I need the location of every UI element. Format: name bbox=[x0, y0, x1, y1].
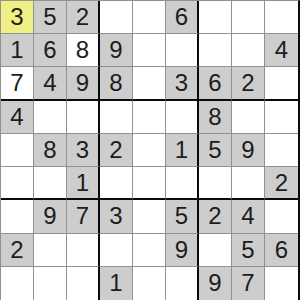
cell-r7c4[interactable]: 3 bbox=[100, 200, 133, 233]
cell-r4c3[interactable] bbox=[67, 101, 100, 134]
cell-r5c7[interactable]: 5 bbox=[199, 134, 232, 167]
cell-r6c7[interactable] bbox=[199, 167, 232, 200]
cell-r7c1[interactable] bbox=[1, 200, 34, 233]
cell-r2c6[interactable] bbox=[166, 34, 199, 67]
cell-r8c7[interactable] bbox=[199, 234, 232, 267]
cell-r6c4[interactable] bbox=[100, 167, 133, 200]
cell-r6c2[interactable] bbox=[34, 167, 67, 200]
cell-r7c3[interactable]: 7 bbox=[67, 200, 100, 233]
cell-r9c9[interactable] bbox=[265, 267, 298, 300]
cell-r4c2[interactable] bbox=[34, 101, 67, 134]
cell-r3c4[interactable]: 8 bbox=[100, 67, 133, 100]
cell-r1c2[interactable]: 5 bbox=[34, 1, 67, 34]
cell-r4c6[interactable] bbox=[166, 101, 199, 134]
cell-r7c2[interactable]: 9 bbox=[34, 200, 67, 233]
cell-r4c9[interactable] bbox=[265, 101, 298, 134]
cell-r2c1[interactable]: 1 bbox=[1, 34, 34, 67]
cell-r8c2[interactable] bbox=[34, 234, 67, 267]
cell-r9c8[interactable]: 7 bbox=[232, 267, 265, 300]
cell-r9c4[interactable]: 1 bbox=[100, 267, 133, 300]
cell-r9c1[interactable] bbox=[1, 267, 34, 300]
cell-r1c4[interactable] bbox=[100, 1, 133, 34]
cell-r3c9[interactable] bbox=[265, 67, 298, 100]
cell-r7c8[interactable]: 4 bbox=[232, 200, 265, 233]
cell-r5c8[interactable]: 9 bbox=[232, 134, 265, 167]
cell-r5c1[interactable] bbox=[1, 134, 34, 167]
cell-r7c9[interactable] bbox=[265, 200, 298, 233]
cell-r7c6[interactable]: 5 bbox=[166, 200, 199, 233]
cell-r4c7[interactable]: 8 bbox=[199, 101, 232, 134]
cell-r2c5[interactable] bbox=[133, 34, 166, 67]
cell-r8c9[interactable]: 6 bbox=[265, 234, 298, 267]
cell-r3c3[interactable]: 9 bbox=[67, 67, 100, 100]
cell-r2c3[interactable]: 8 bbox=[67, 34, 100, 67]
cell-r6c9[interactable]: 2 bbox=[265, 167, 298, 200]
cell-r5c9[interactable] bbox=[265, 134, 298, 167]
cell-r6c3[interactable]: 1 bbox=[67, 167, 100, 200]
cell-r8c5[interactable] bbox=[133, 234, 166, 267]
cell-r3c6[interactable]: 3 bbox=[166, 67, 199, 100]
cell-r9c2[interactable] bbox=[34, 267, 67, 300]
cell-r4c8[interactable] bbox=[232, 101, 265, 134]
cell-r1c5[interactable] bbox=[133, 1, 166, 34]
cell-r8c4[interactable] bbox=[100, 234, 133, 267]
cell-r5c3[interactable]: 3 bbox=[67, 134, 100, 167]
cell-r4c5[interactable] bbox=[133, 101, 166, 134]
cell-r8c1[interactable]: 2 bbox=[1, 234, 34, 267]
cell-r6c1[interactable] bbox=[1, 167, 34, 200]
cell-r4c4[interactable] bbox=[100, 101, 133, 134]
cell-r2c8[interactable] bbox=[232, 34, 265, 67]
cell-r7c5[interactable] bbox=[133, 200, 166, 233]
cell-r1c1[interactable]: 3 bbox=[1, 1, 34, 34]
cell-r6c8[interactable] bbox=[232, 167, 265, 200]
cell-r7c7[interactable]: 2 bbox=[199, 200, 232, 233]
cell-r1c7[interactable] bbox=[199, 1, 232, 34]
cell-r3c5[interactable] bbox=[133, 67, 166, 100]
cell-r5c5[interactable] bbox=[133, 134, 166, 167]
cell-r5c4[interactable]: 2 bbox=[100, 134, 133, 167]
cell-r9c5[interactable] bbox=[133, 267, 166, 300]
cell-r2c2[interactable]: 6 bbox=[34, 34, 67, 67]
cell-r8c6[interactable]: 9 bbox=[166, 234, 199, 267]
cell-r5c6[interactable]: 1 bbox=[166, 134, 199, 167]
cell-r1c8[interactable] bbox=[232, 1, 265, 34]
cell-r2c4[interactable]: 9 bbox=[100, 34, 133, 67]
cell-r2c9[interactable]: 4 bbox=[265, 34, 298, 67]
cell-r8c8[interactable]: 5 bbox=[232, 234, 265, 267]
cell-r8c3[interactable] bbox=[67, 234, 100, 267]
cell-r9c6[interactable] bbox=[166, 267, 199, 300]
sudoku-board: 352616894749836248832159129735242956197 bbox=[0, 0, 300, 300]
cell-r9c3[interactable] bbox=[67, 267, 100, 300]
cell-r2c7[interactable] bbox=[199, 34, 232, 67]
cell-r3c8[interactable]: 2 bbox=[232, 67, 265, 100]
cell-r1c9[interactable] bbox=[265, 1, 298, 34]
cell-r1c3[interactable]: 2 bbox=[67, 1, 100, 34]
cell-r6c5[interactable] bbox=[133, 167, 166, 200]
cell-r9c7[interactable]: 9 bbox=[199, 267, 232, 300]
cell-r3c1[interactable]: 7 bbox=[1, 67, 34, 100]
cell-r6c6[interactable] bbox=[166, 167, 199, 200]
cell-r4c1[interactable]: 4 bbox=[1, 101, 34, 134]
cell-r3c7[interactable]: 6 bbox=[199, 67, 232, 100]
cell-r5c2[interactable]: 8 bbox=[34, 134, 67, 167]
cell-r1c6[interactable]: 6 bbox=[166, 1, 199, 34]
cell-r3c2[interactable]: 4 bbox=[34, 67, 67, 100]
